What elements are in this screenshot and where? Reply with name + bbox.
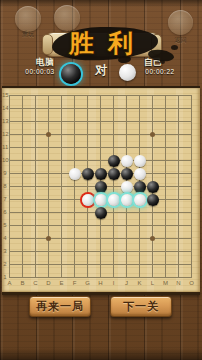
col-label: B bbox=[18, 280, 27, 287]
star-point bbox=[150, 132, 155, 137]
row-label: 3 bbox=[2, 248, 8, 255]
star-point bbox=[46, 236, 51, 241]
col-label: C bbox=[31, 280, 40, 287]
stone-black bbox=[134, 181, 146, 193]
left-player-timer: 00:00:03 bbox=[14, 68, 66, 75]
row-label: 4 bbox=[2, 235, 8, 242]
row-label: 9 bbox=[2, 170, 8, 177]
stone-black bbox=[95, 207, 107, 219]
col-label: I bbox=[109, 280, 118, 287]
row-label: 6 bbox=[2, 209, 8, 216]
col-label: G bbox=[83, 280, 92, 287]
vs-label: 对 bbox=[89, 62, 113, 79]
stone-black bbox=[95, 181, 107, 193]
col-label: J bbox=[122, 280, 131, 287]
row-label: 14 bbox=[2, 105, 8, 112]
replay-button[interactable] bbox=[15, 6, 41, 32]
stone-white bbox=[134, 155, 146, 167]
undo-button-label: 悔棋 bbox=[55, 30, 79, 37]
stone-white bbox=[134, 194, 146, 206]
stone-white bbox=[108, 194, 120, 206]
right-player-timer: 00:00:22 bbox=[134, 68, 186, 75]
stone-black bbox=[108, 168, 120, 180]
stone-white bbox=[121, 181, 133, 193]
stone-black bbox=[95, 168, 107, 180]
stone-white bbox=[95, 194, 107, 206]
row-label: 15 bbox=[2, 92, 8, 99]
col-label: M bbox=[161, 280, 170, 287]
stone-white bbox=[82, 194, 94, 206]
col-label: E bbox=[57, 280, 66, 287]
stone-white bbox=[134, 168, 146, 180]
row-label: 8 bbox=[2, 183, 8, 190]
star-point bbox=[150, 236, 155, 241]
row-label: 5 bbox=[2, 222, 8, 229]
ink-splatter bbox=[171, 45, 178, 50]
stone-black bbox=[147, 181, 159, 193]
col-label: D bbox=[44, 280, 53, 287]
col-label: O bbox=[187, 280, 196, 287]
stone-white bbox=[121, 155, 133, 167]
row-label: 2 bbox=[2, 261, 8, 268]
gomoku-app-screen: 重玩 悔棋 返回 电脑 00:00:03 对 自己 00:00:22 胜利 15… bbox=[0, 0, 202, 360]
col-label: A bbox=[5, 280, 14, 287]
game-board[interactable]: 151413121110987654321ABCDEFGHIJKLMNO bbox=[2, 86, 200, 295]
back-button-label: 返回 bbox=[168, 37, 193, 44]
stone-white bbox=[121, 194, 133, 206]
stone-black bbox=[108, 155, 120, 167]
stone-white bbox=[69, 168, 81, 180]
bottom-shadow bbox=[0, 348, 202, 360]
col-label: L bbox=[148, 280, 157, 287]
col-label: H bbox=[96, 280, 105, 287]
row-label: 10 bbox=[2, 157, 8, 164]
back-button[interactable] bbox=[168, 10, 193, 35]
next-level-button[interactable]: 下一关 bbox=[110, 296, 172, 317]
replay-button-label: 重玩 bbox=[16, 31, 40, 38]
row-label: 12 bbox=[2, 131, 8, 138]
row-label: 11 bbox=[2, 144, 8, 151]
stone-black bbox=[82, 168, 94, 180]
row-label: 7 bbox=[2, 196, 8, 203]
col-label: K bbox=[135, 280, 144, 287]
row-label: 13 bbox=[2, 118, 8, 125]
col-label: F bbox=[70, 280, 79, 287]
stone-black bbox=[121, 168, 133, 180]
play-again-button[interactable]: 再来一局 bbox=[29, 296, 91, 317]
col-label: N bbox=[174, 280, 183, 287]
undo-button[interactable] bbox=[54, 5, 80, 31]
star-point bbox=[46, 132, 51, 137]
ink-splatter bbox=[118, 55, 132, 63]
black-stone-indicator bbox=[61, 64, 81, 84]
stone-black bbox=[147, 194, 159, 206]
